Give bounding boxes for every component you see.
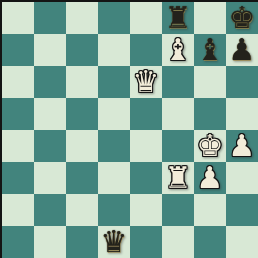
square-f6[interactable] [162, 66, 194, 98]
square-g8[interactable] [194, 2, 226, 34]
square-g2[interactable] [194, 194, 226, 226]
square-b8[interactable] [34, 2, 66, 34]
square-d3[interactable] [98, 162, 130, 194]
square-h6[interactable] [226, 66, 258, 98]
square-b6[interactable] [34, 66, 66, 98]
square-e4[interactable] [130, 130, 162, 162]
screenshot-root: { "game": "chess", "position": "5r1k/5Bb… [0, 0, 258, 258]
square-c8[interactable] [66, 2, 98, 34]
square-a8[interactable] [2, 2, 34, 34]
square-d8[interactable] [98, 2, 130, 34]
square-d1[interactable]: ♛ [98, 226, 130, 258]
square-d2[interactable] [98, 194, 130, 226]
square-b4[interactable] [34, 130, 66, 162]
square-c2[interactable] [66, 194, 98, 226]
white-pawn[interactable]: ♟ [197, 162, 224, 194]
square-g6[interactable] [194, 66, 226, 98]
square-e7[interactable] [130, 34, 162, 66]
square-f2[interactable] [162, 194, 194, 226]
square-d6[interactable] [98, 66, 130, 98]
square-b1[interactable] [34, 226, 66, 258]
white-rook[interactable]: ♜ [165, 162, 192, 194]
square-h1[interactable] [226, 226, 258, 258]
chess-board: ♜♚♝♝♟♛♚♟♜♟♛ [0, 0, 258, 258]
white-bishop[interactable]: ♝ [165, 34, 192, 66]
square-c3[interactable] [66, 162, 98, 194]
square-f4[interactable] [162, 130, 194, 162]
square-f5[interactable] [162, 98, 194, 130]
square-f3[interactable]: ♜ [162, 162, 194, 194]
square-c4[interactable] [66, 130, 98, 162]
square-d5[interactable] [98, 98, 130, 130]
square-a7[interactable] [2, 34, 34, 66]
square-e5[interactable] [130, 98, 162, 130]
square-h4[interactable]: ♟ [226, 130, 258, 162]
square-g5[interactable] [194, 98, 226, 130]
square-a4[interactable] [2, 130, 34, 162]
square-g1[interactable] [194, 226, 226, 258]
square-d7[interactable] [98, 34, 130, 66]
square-e1[interactable] [130, 226, 162, 258]
square-b7[interactable] [34, 34, 66, 66]
square-a3[interactable] [2, 162, 34, 194]
white-pawn[interactable]: ♟ [229, 130, 256, 162]
square-c6[interactable] [66, 66, 98, 98]
square-a6[interactable] [2, 66, 34, 98]
square-h7[interactable]: ♟ [226, 34, 258, 66]
black-rook[interactable]: ♜ [165, 2, 192, 34]
black-queen[interactable]: ♛ [101, 226, 128, 258]
square-a1[interactable] [2, 226, 34, 258]
square-e8[interactable] [130, 2, 162, 34]
square-d4[interactable] [98, 130, 130, 162]
black-bishop[interactable]: ♝ [197, 34, 224, 66]
white-king[interactable]: ♚ [197, 130, 224, 162]
square-g3[interactable]: ♟ [194, 162, 226, 194]
square-g7[interactable]: ♝ [194, 34, 226, 66]
square-a5[interactable] [2, 98, 34, 130]
square-c7[interactable] [66, 34, 98, 66]
square-h5[interactable] [226, 98, 258, 130]
square-e3[interactable] [130, 162, 162, 194]
square-e6[interactable]: ♛ [130, 66, 162, 98]
square-g4[interactable]: ♚ [194, 130, 226, 162]
square-b2[interactable] [34, 194, 66, 226]
black-king[interactable]: ♚ [229, 2, 256, 34]
square-b3[interactable] [34, 162, 66, 194]
square-e2[interactable] [130, 194, 162, 226]
square-f7[interactable]: ♝ [162, 34, 194, 66]
white-queen[interactable]: ♛ [133, 66, 160, 98]
square-c1[interactable] [66, 226, 98, 258]
square-h3[interactable] [226, 162, 258, 194]
square-f8[interactable]: ♜ [162, 2, 194, 34]
square-h8[interactable]: ♚ [226, 2, 258, 34]
square-a2[interactable] [2, 194, 34, 226]
square-b5[interactable] [34, 98, 66, 130]
black-pawn[interactable]: ♟ [229, 34, 256, 66]
square-c5[interactable] [66, 98, 98, 130]
square-h2[interactable] [226, 194, 258, 226]
square-f1[interactable] [162, 226, 194, 258]
